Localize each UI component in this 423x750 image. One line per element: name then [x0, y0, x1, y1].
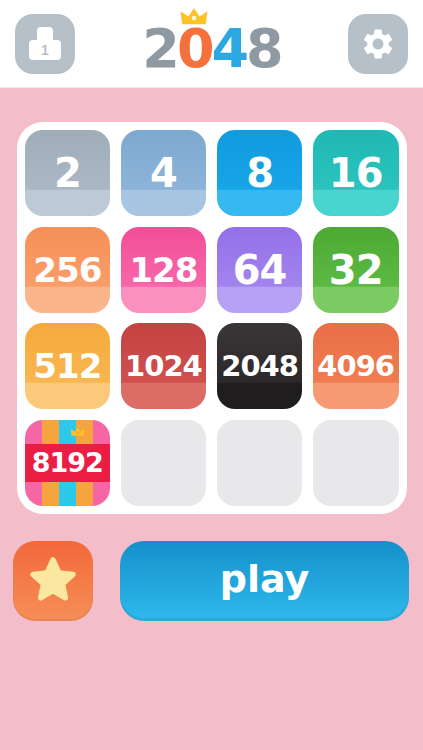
app-logo-2048: 2048	[142, 22, 280, 76]
footer-buttons: play	[0, 541, 423, 621]
logo-digit-2: 2	[142, 22, 177, 76]
tile-8192: 8192	[25, 420, 111, 506]
star-icon	[26, 554, 80, 608]
app-window: 1 2048 248162561286432512102420484096819…	[0, 0, 423, 750]
leaderboard-button[interactable]: 1	[15, 14, 75, 74]
crown-icon	[70, 427, 85, 437]
podium-icon: 1	[27, 27, 63, 60]
empty-cell	[217, 420, 303, 506]
play-button[interactable]: play	[120, 541, 409, 621]
logo-digit-4: 4	[212, 22, 247, 76]
tile-2: 2	[25, 130, 111, 216]
crown-icon	[179, 7, 209, 27]
tile-4096: 4096	[313, 323, 399, 409]
tile-32: 32	[313, 227, 399, 313]
top-bar: 1 2048	[0, 0, 423, 88]
tile-512: 512	[25, 323, 111, 409]
settings-button[interactable]	[348, 14, 408, 74]
tile-8: 8	[217, 130, 303, 216]
tile-64: 64	[217, 227, 303, 313]
podium-rank-label: 1	[29, 40, 61, 60]
tile-128: 128	[121, 227, 207, 313]
empty-cell	[313, 420, 399, 506]
tile-1024: 1024	[121, 323, 207, 409]
logo-digit-8: 8	[246, 22, 281, 76]
favorites-button[interactable]	[13, 541, 93, 621]
main-area: 2481625612864325121024204840968192 play	[0, 88, 423, 621]
board-card: 2481625612864325121024204840968192	[17, 122, 407, 514]
tile-grid: 2481625612864325121024204840968192	[25, 130, 399, 506]
tile-4: 4	[121, 130, 207, 216]
tile-2048: 2048	[217, 323, 303, 409]
gear-icon	[360, 26, 396, 62]
logo-digit-0: 0	[177, 22, 212, 76]
play-button-label: play	[220, 557, 309, 601]
empty-cell	[121, 420, 207, 506]
tile-16: 16	[313, 130, 399, 216]
tile-256: 256	[25, 227, 111, 313]
